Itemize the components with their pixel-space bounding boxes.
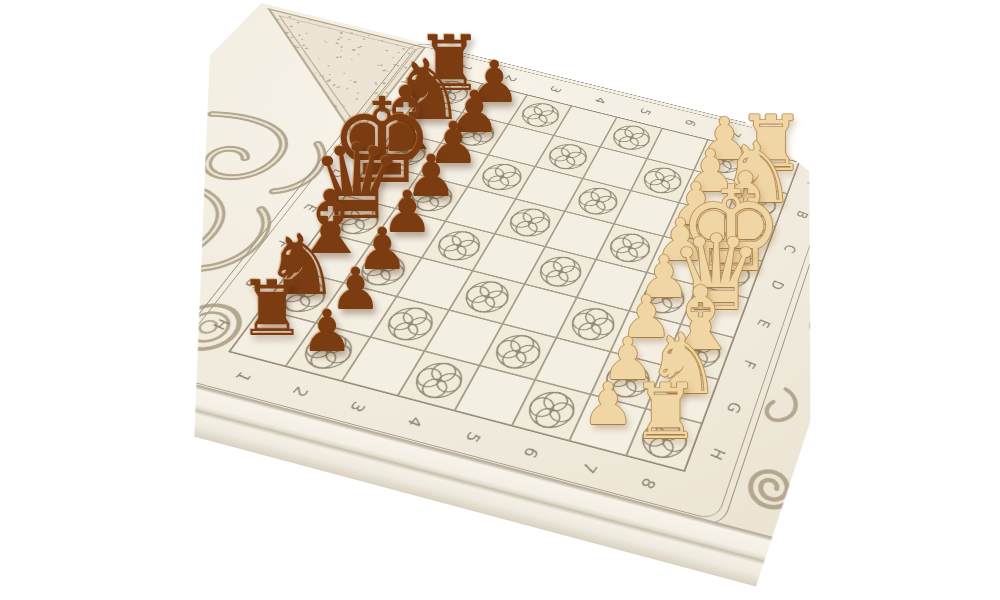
piece-light-pawn-H7[interactable]: ♟ <box>582 375 634 433</box>
chessboard-photo: 1122334455667788AABBCCDDEEFFGGHH ♜♞♝♚♛♝♞… <box>0 0 1000 600</box>
piece-light-rook-H8[interactable]: ♜ <box>631 374 699 450</box>
piece-dark-rook-H1[interactable]: ♜ <box>238 271 306 347</box>
piece-dark-pawn-H2[interactable]: ♟ <box>301 301 353 359</box>
